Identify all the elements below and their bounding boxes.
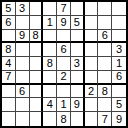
cell-r9c5[interactable]: 8 [57,112,71,126]
cell-r8c5[interactable]: 1 [57,98,71,112]
cell-r9c1[interactable] [2,112,16,126]
cell-r3c8[interactable]: 6 [98,30,112,44]
cell-r9c7[interactable] [85,112,99,126]
sudoku-board: 537619598686348317266284195879 [0,0,128,128]
cell-r7c1[interactable] [2,85,16,99]
cell-r9c9[interactable]: 9 [112,112,126,126]
cell-r3c5[interactable] [57,30,71,44]
cell-r8c1[interactable] [2,98,16,112]
cell-r1c7[interactable] [85,2,99,16]
cell-r1c2[interactable]: 3 [16,2,30,16]
cell-r6c1[interactable]: 7 [2,71,16,85]
cell-r7c8[interactable]: 8 [98,85,112,99]
cell-r5c8[interactable] [98,57,112,71]
cell-r6c7[interactable] [85,71,99,85]
cell-r4c6[interactable] [71,43,85,57]
cell-r3c9[interactable] [112,30,126,44]
cell-r1c6[interactable] [71,2,85,16]
cell-r2c6[interactable]: 5 [71,16,85,30]
cell-r8c3[interactable] [30,98,44,112]
cell-r3c2[interactable]: 9 [16,30,30,44]
cell-r3c7[interactable] [85,30,99,44]
cell-r6c3[interactable] [30,71,44,85]
cell-r3c6[interactable] [71,30,85,44]
cell-r8c2[interactable] [16,98,30,112]
cell-r5c6[interactable]: 3 [71,57,85,71]
cell-r7c3[interactable] [30,85,44,99]
cell-r1c3[interactable] [30,2,44,16]
cell-r6c5[interactable]: 2 [57,71,71,85]
cell-r3c4[interactable] [43,30,57,44]
cell-r1c5[interactable]: 7 [57,2,71,16]
cell-r9c8[interactable]: 7 [98,112,112,126]
cell-r8c9[interactable]: 5 [112,98,126,112]
cell-r6c4[interactable] [43,71,57,85]
cell-r2c9[interactable] [112,16,126,30]
cell-r2c3[interactable] [30,16,44,30]
cell-r6c2[interactable] [16,71,30,85]
cell-r7c4[interactable] [43,85,57,99]
cell-r7c2[interactable]: 6 [16,85,30,99]
cell-r4c7[interactable] [85,43,99,57]
cell-r2c4[interactable]: 1 [43,16,57,30]
cell-r8c6[interactable]: 9 [71,98,85,112]
cell-r4c9[interactable]: 3 [112,43,126,57]
cell-r5c2[interactable] [16,57,30,71]
cell-r1c9[interactable] [112,2,126,16]
cell-r2c2[interactable] [16,16,30,30]
cell-r7c9[interactable] [112,85,126,99]
cell-r5c9[interactable]: 1 [112,57,126,71]
cell-r7c6[interactable] [71,85,85,99]
cell-r2c8[interactable] [98,16,112,30]
cell-r6c9[interactable]: 6 [112,71,126,85]
cell-r5c4[interactable]: 8 [43,57,57,71]
cell-r3c1[interactable] [2,30,16,44]
cell-r6c8[interactable] [98,71,112,85]
cell-r1c4[interactable] [43,2,57,16]
cell-r4c3[interactable] [30,43,44,57]
cell-r1c8[interactable] [98,2,112,16]
cell-r4c2[interactable] [16,43,30,57]
cell-r4c4[interactable] [43,43,57,57]
cell-r9c4[interactable] [43,112,57,126]
cell-r6c6[interactable] [71,71,85,85]
cell-r4c8[interactable] [98,43,112,57]
cell-r5c3[interactable] [30,57,44,71]
cell-r7c7[interactable]: 2 [85,85,99,99]
cell-r8c8[interactable] [98,98,112,112]
cell-r5c1[interactable]: 4 [2,57,16,71]
cell-r4c5[interactable]: 6 [57,43,71,57]
cell-r8c7[interactable] [85,98,99,112]
cell-r5c5[interactable] [57,57,71,71]
cell-r9c2[interactable] [16,112,30,126]
cell-r3c3[interactable]: 8 [30,30,44,44]
cell-r5c7[interactable] [85,57,99,71]
cell-r1c1[interactable]: 5 [2,2,16,16]
cell-r2c1[interactable]: 6 [2,16,16,30]
cell-r4c1[interactable]: 8 [2,43,16,57]
cell-r9c6[interactable] [71,112,85,126]
cell-r2c5[interactable]: 9 [57,16,71,30]
cell-r2c7[interactable] [85,16,99,30]
cell-r7c5[interactable] [57,85,71,99]
cell-r9c3[interactable] [30,112,44,126]
cell-r8c4[interactable]: 4 [43,98,57,112]
